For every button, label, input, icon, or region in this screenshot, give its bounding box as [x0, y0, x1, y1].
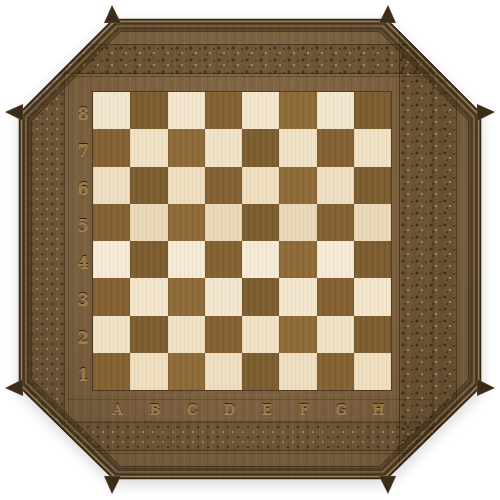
square-g1[interactable] [317, 353, 354, 390]
square-e1[interactable] [242, 353, 279, 390]
square-d6[interactable] [205, 167, 242, 204]
file-label-b: B [136, 400, 173, 419]
file-label-h: H [360, 400, 397, 419]
square-c6[interactable] [168, 167, 205, 204]
rank-label-1: 1 [74, 356, 92, 393]
square-e6[interactable] [242, 167, 279, 204]
square-e7[interactable] [242, 129, 279, 166]
square-c1[interactable] [168, 353, 205, 390]
square-d2[interactable] [205, 316, 242, 353]
rank-label-6: 6 [74, 170, 92, 207]
square-b6[interactable] [130, 167, 167, 204]
square-f8[interactable] [279, 92, 316, 129]
file-label-e: E [248, 400, 285, 419]
square-f2[interactable] [279, 316, 316, 353]
rank-label-4: 4 [74, 244, 92, 281]
square-f6[interactable] [279, 167, 316, 204]
square-e5[interactable] [242, 204, 279, 241]
square-e3[interactable] [242, 278, 279, 315]
square-b8[interactable] [130, 92, 167, 129]
square-c8[interactable] [168, 92, 205, 129]
rank-label-5: 5 [74, 207, 92, 244]
square-g2[interactable] [317, 316, 354, 353]
square-e8[interactable] [242, 92, 279, 129]
rank-label-3: 3 [74, 281, 92, 318]
rank-label-8: 8 [74, 95, 92, 132]
square-a3[interactable] [93, 278, 130, 315]
square-f5[interactable] [279, 204, 316, 241]
square-c7[interactable] [168, 129, 205, 166]
file-label-g: G [323, 400, 360, 419]
square-e4[interactable] [242, 241, 279, 278]
square-h2[interactable] [354, 316, 391, 353]
square-c3[interactable] [168, 278, 205, 315]
square-a1[interactable] [93, 353, 130, 390]
square-g6[interactable] [317, 167, 354, 204]
rank-label-7: 7 [74, 132, 92, 169]
square-a8[interactable] [93, 92, 130, 129]
square-b2[interactable] [130, 316, 167, 353]
stippled-band-bottom [34, 422, 466, 451]
square-g4[interactable] [317, 241, 354, 278]
file-label-d: D [211, 400, 248, 419]
square-b5[interactable] [130, 204, 167, 241]
square-e2[interactable] [242, 316, 279, 353]
square-h8[interactable] [354, 92, 391, 129]
file-label-f: F [285, 400, 322, 419]
square-f1[interactable] [279, 353, 316, 390]
chess-board [93, 92, 391, 390]
file-label-a: A [99, 400, 136, 419]
square-a7[interactable] [93, 129, 130, 166]
file-labels: ABCDEFGH [99, 400, 397, 419]
square-a6[interactable] [93, 167, 130, 204]
square-b1[interactable] [130, 353, 167, 390]
square-h3[interactable] [354, 278, 391, 315]
square-a4[interactable] [93, 241, 130, 278]
square-h5[interactable] [354, 204, 391, 241]
square-a2[interactable] [93, 316, 130, 353]
square-g7[interactable] [317, 129, 354, 166]
square-c2[interactable] [168, 316, 205, 353]
square-d5[interactable] [205, 204, 242, 241]
rank-labels: 87654321 [74, 95, 92, 393]
square-g3[interactable] [317, 278, 354, 315]
carved-floral-band-right [399, 30, 457, 470]
square-b3[interactable] [130, 278, 167, 315]
chess-board-photo: 87654321 ABCDEFGH [0, 0, 500, 500]
square-g5[interactable] [317, 204, 354, 241]
square-b7[interactable] [130, 129, 167, 166]
square-h7[interactable] [354, 129, 391, 166]
square-f4[interactable] [279, 241, 316, 278]
square-b4[interactable] [130, 241, 167, 278]
square-a5[interactable] [93, 204, 130, 241]
square-c5[interactable] [168, 204, 205, 241]
square-d3[interactable] [205, 278, 242, 315]
rank-label-2: 2 [74, 319, 92, 356]
square-d7[interactable] [205, 129, 242, 166]
square-d8[interactable] [205, 92, 242, 129]
file-label-c: C [174, 400, 211, 419]
square-h6[interactable] [354, 167, 391, 204]
square-h4[interactable] [354, 241, 391, 278]
square-d1[interactable] [205, 353, 242, 390]
square-d4[interactable] [205, 241, 242, 278]
square-c4[interactable] [168, 241, 205, 278]
stippled-band-left [27, 30, 65, 470]
square-h1[interactable] [354, 353, 391, 390]
square-f3[interactable] [279, 278, 316, 315]
square-f7[interactable] [279, 129, 316, 166]
square-g8[interactable] [317, 92, 354, 129]
